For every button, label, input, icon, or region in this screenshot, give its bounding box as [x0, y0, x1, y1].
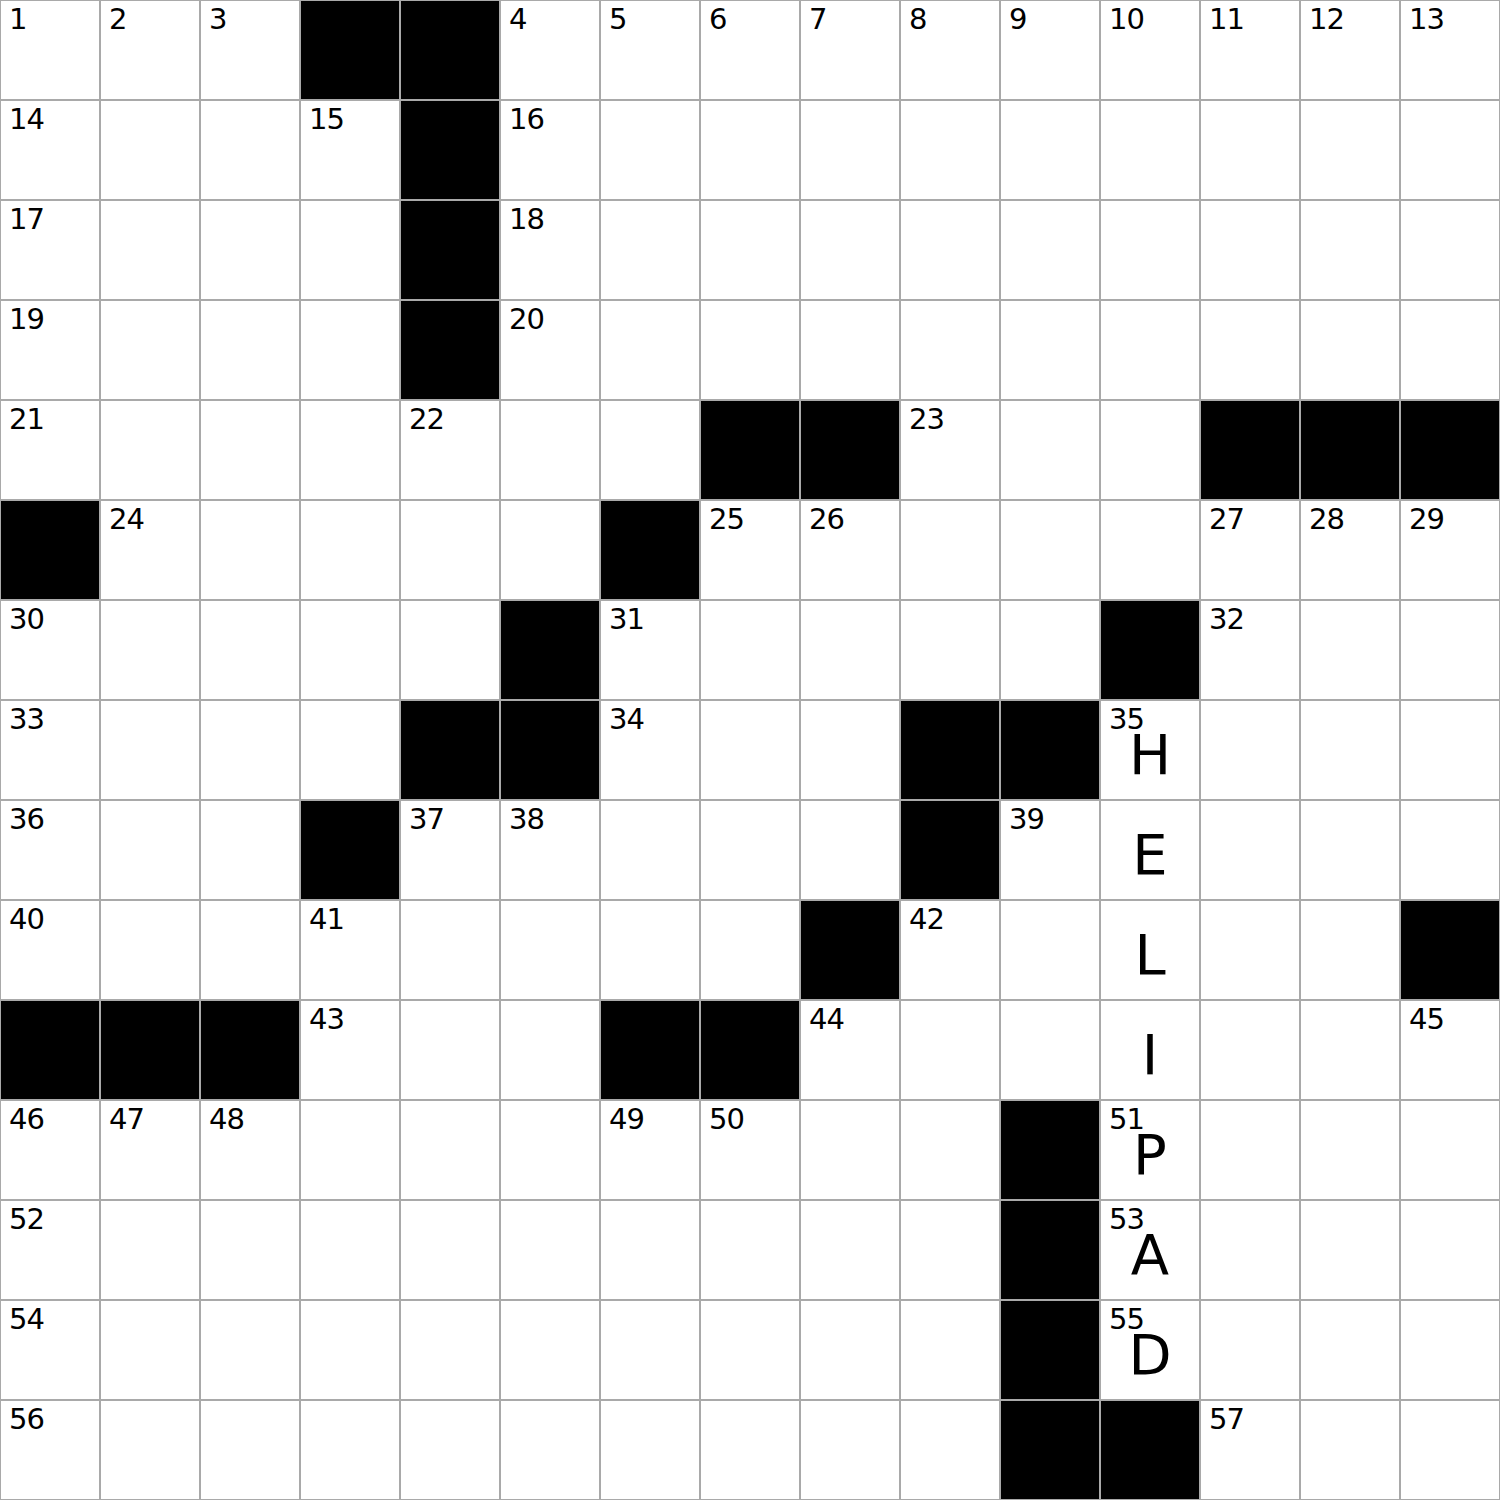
white-cell-r2c2[interactable] [200, 200, 300, 300]
white-cell-r11c2[interactable]: 48 [200, 1100, 300, 1200]
clue-number-30: 30 [9, 605, 44, 634]
filled-letter: D [1101, 1301, 1199, 1399]
white-cell-r11c6[interactable]: 49 [600, 1100, 700, 1200]
clue-number-1: 1 [9, 5, 26, 34]
white-cell-r3c8[interactable] [800, 300, 900, 400]
white-cell-r11c8[interactable] [800, 1100, 900, 1200]
clue-number-41: 41 [309, 905, 344, 934]
white-cell-r5c11[interactable] [1100, 500, 1200, 600]
black-cell-r7c4 [400, 700, 500, 800]
white-cell-r1c9[interactable] [900, 100, 1000, 200]
clue-number-39: 39 [1009, 805, 1044, 834]
white-cell-r13c12[interactable] [1200, 1300, 1300, 1400]
clue-number-2: 2 [109, 5, 126, 34]
white-cell-r10c9[interactable] [900, 1000, 1000, 1100]
white-cell-r5c9[interactable] [900, 500, 1000, 600]
white-cell-r1c2[interactable] [200, 100, 300, 200]
white-cell-r9c12[interactable] [1200, 900, 1300, 1000]
filled-letter: E [1101, 801, 1199, 899]
white-cell-r8c5[interactable]: 38 [500, 800, 600, 900]
black-cell-r5c6 [600, 500, 700, 600]
black-cell-r7c5 [500, 700, 600, 800]
white-cell-r6c4[interactable] [400, 600, 500, 700]
white-cell-r2c6[interactable] [600, 200, 700, 300]
white-cell-r2c7[interactable] [700, 200, 800, 300]
white-cell-r7c6[interactable]: 34 [600, 700, 700, 800]
white-cell-r6c6[interactable]: 31 [600, 600, 700, 700]
clue-number-46: 46 [9, 1105, 44, 1134]
white-cell-r13c3[interactable] [300, 1300, 400, 1400]
clue-number-25: 25 [709, 505, 744, 534]
white-cell-r1c8[interactable] [800, 100, 900, 200]
white-cell-r12c8[interactable] [800, 1200, 900, 1300]
filled-letter: P [1101, 1101, 1199, 1199]
clue-number-57: 57 [1209, 1405, 1244, 1434]
white-cell-r1c0[interactable]: 14 [0, 100, 100, 200]
white-cell-r0c7[interactable]: 6 [700, 0, 800, 100]
white-cell-r4c1[interactable] [100, 400, 200, 500]
black-cell-r13c10 [1000, 1300, 1100, 1400]
clue-number-15: 15 [309, 105, 344, 134]
white-cell-r1c7[interactable] [700, 100, 800, 200]
black-cell-r10c0 [0, 1000, 100, 1100]
white-cell-r3c0[interactable]: 19 [0, 300, 100, 400]
white-cell-r6c13[interactable] [1300, 600, 1400, 700]
clue-number-12: 12 [1309, 5, 1344, 34]
white-cell-r11c9[interactable] [900, 1100, 1000, 1200]
white-cell-r3c6[interactable] [600, 300, 700, 400]
clue-number-20: 20 [509, 305, 544, 334]
black-cell-r4c14 [1400, 400, 1500, 500]
white-cell-r8c12[interactable] [1200, 800, 1300, 900]
black-cell-r2c4 [400, 200, 500, 300]
white-cell-r10c4[interactable] [400, 1000, 500, 1100]
white-cell-r3c11[interactable] [1100, 300, 1200, 400]
white-cell-r7c13[interactable] [1300, 700, 1400, 800]
white-cell-r13c13[interactable] [1300, 1300, 1400, 1400]
white-cell-r1c10[interactable] [1000, 100, 1100, 200]
white-cell-r9c1[interactable] [100, 900, 200, 1000]
white-cell-r0c11[interactable]: 10 [1100, 0, 1200, 100]
black-cell-r4c12 [1200, 400, 1300, 500]
white-cell-r3c10[interactable] [1000, 300, 1100, 400]
white-cell-r5c4[interactable] [400, 500, 500, 600]
clue-number-6: 6 [709, 5, 726, 34]
white-cell-r13c7[interactable] [700, 1300, 800, 1400]
black-cell-r9c8 [800, 900, 900, 1000]
clue-number-26: 26 [809, 505, 844, 534]
white-cell-r13c14[interactable] [1400, 1300, 1500, 1400]
white-cell-r5c8[interactable]: 26 [800, 500, 900, 600]
white-cell-r0c10[interactable]: 9 [1000, 0, 1100, 100]
black-cell-r10c7 [700, 1000, 800, 1100]
white-cell-r14c8[interactable] [800, 1400, 900, 1500]
white-cell-r6c2[interactable] [200, 600, 300, 700]
white-cell-r3c2[interactable] [200, 300, 300, 400]
white-cell-r4c9[interactable]: 23 [900, 400, 1000, 500]
white-cell-r0c8[interactable]: 7 [800, 0, 900, 100]
clue-number-54: 54 [9, 1305, 44, 1334]
white-cell-r7c14[interactable] [1400, 700, 1500, 800]
white-cell-r0c14[interactable]: 13 [1400, 0, 1500, 100]
white-cell-r4c5[interactable] [500, 400, 600, 500]
clue-number-31: 31 [609, 605, 644, 634]
white-cell-r8c10[interactable]: 39 [1000, 800, 1100, 900]
white-cell-r3c9[interactable] [900, 300, 1000, 400]
clue-number-5: 5 [609, 5, 626, 34]
clue-number-52: 52 [9, 1205, 44, 1234]
clue-number-27: 27 [1209, 505, 1244, 534]
white-cell-r7c8[interactable] [800, 700, 900, 800]
black-cell-r4c7 [700, 400, 800, 500]
white-cell-r11c5[interactable] [500, 1100, 600, 1200]
white-cell-r2c12[interactable] [1200, 200, 1300, 300]
white-cell-r14c12[interactable]: 57 [1200, 1400, 1300, 1500]
white-cell-r13c11[interactable]: 55D [1100, 1300, 1200, 1400]
clue-number-43: 43 [309, 1005, 344, 1034]
white-cell-r12c4[interactable] [400, 1200, 500, 1300]
white-cell-r4c4[interactable]: 22 [400, 400, 500, 500]
white-cell-r5c14[interactable]: 29 [1400, 500, 1500, 600]
black-cell-r8c3 [300, 800, 400, 900]
black-cell-r4c8 [800, 400, 900, 500]
clue-number-16: 16 [509, 105, 544, 134]
white-cell-r13c9[interactable] [900, 1300, 1000, 1400]
white-cell-r8c13[interactable] [1300, 800, 1400, 900]
clue-number-10: 10 [1109, 5, 1144, 34]
white-cell-r0c9[interactable]: 8 [900, 0, 1000, 100]
white-cell-r8c2[interactable] [200, 800, 300, 900]
white-cell-r3c13[interactable] [1300, 300, 1400, 400]
white-cell-r12c12[interactable] [1200, 1200, 1300, 1300]
white-cell-r6c1[interactable] [100, 600, 200, 700]
white-cell-r6c0[interactable]: 30 [0, 600, 100, 700]
white-cell-r8c7[interactable] [700, 800, 800, 900]
white-cell-r10c13[interactable] [1300, 1000, 1400, 1100]
clue-number-21: 21 [9, 405, 44, 434]
white-cell-r2c10[interactable] [1000, 200, 1100, 300]
white-cell-r2c13[interactable] [1300, 200, 1400, 300]
black-cell-r9c14 [1400, 900, 1500, 1000]
clue-number-13: 13 [1409, 5, 1444, 34]
white-cell-r1c13[interactable] [1300, 100, 1400, 200]
white-cell-r4c11[interactable] [1100, 400, 1200, 500]
black-cell-r11c10 [1000, 1100, 1100, 1200]
clue-number-19: 19 [9, 305, 44, 334]
white-cell-r8c0[interactable]: 36 [0, 800, 100, 900]
white-cell-r8c6[interactable] [600, 800, 700, 900]
white-cell-r13c2[interactable] [200, 1300, 300, 1400]
white-cell-r3c12[interactable] [1200, 300, 1300, 400]
white-cell-r1c14[interactable] [1400, 100, 1500, 200]
white-cell-r5c7[interactable]: 25 [700, 500, 800, 600]
white-cell-r0c5[interactable]: 4 [500, 0, 600, 100]
white-cell-r1c12[interactable] [1200, 100, 1300, 200]
white-cell-r1c1[interactable] [100, 100, 200, 200]
white-cell-r12c1[interactable] [100, 1200, 200, 1300]
white-cell-r5c2[interactable] [200, 500, 300, 600]
white-cell-r5c10[interactable] [1000, 500, 1100, 600]
white-cell-r2c5[interactable]: 18 [500, 200, 600, 300]
white-cell-r5c3[interactable] [300, 500, 400, 600]
white-cell-r7c11[interactable]: 35H [1100, 700, 1200, 800]
white-cell-r3c1[interactable] [100, 300, 200, 400]
black-cell-r14c11 [1100, 1400, 1200, 1500]
white-cell-r2c3[interactable] [300, 200, 400, 300]
white-cell-r13c6[interactable] [600, 1300, 700, 1400]
white-cell-r3c5[interactable]: 20 [500, 300, 600, 400]
clue-number-38: 38 [509, 805, 544, 834]
clue-number-17: 17 [9, 205, 44, 234]
black-cell-r4c13 [1300, 400, 1400, 500]
clue-number-56: 56 [9, 1405, 44, 1434]
clue-number-45: 45 [1409, 1005, 1444, 1034]
white-cell-r10c11[interactable]: I [1100, 1000, 1200, 1100]
clue-number-3: 3 [209, 5, 226, 34]
white-cell-r9c3[interactable]: 41 [300, 900, 400, 1000]
black-cell-r1c4 [400, 100, 500, 200]
white-cell-r11c0[interactable]: 46 [0, 1100, 100, 1200]
black-cell-r10c2 [200, 1000, 300, 1100]
black-cell-r14c10 [1000, 1400, 1100, 1500]
white-cell-r9c9[interactable]: 42 [900, 900, 1000, 1000]
white-cell-r6c12[interactable]: 32 [1200, 600, 1300, 700]
clue-number-47: 47 [109, 1105, 144, 1134]
white-cell-r4c2[interactable] [200, 400, 300, 500]
white-cell-r2c0[interactable]: 17 [0, 200, 100, 300]
white-cell-r13c8[interactable] [800, 1300, 900, 1400]
clue-number-8: 8 [909, 5, 926, 34]
white-cell-r14c13[interactable] [1300, 1400, 1400, 1500]
white-cell-r7c1[interactable] [100, 700, 200, 800]
white-cell-r0c2[interactable]: 3 [200, 0, 300, 100]
filled-letter: L [1101, 901, 1199, 999]
filled-letter: A [1101, 1201, 1199, 1299]
clue-number-32: 32 [1209, 605, 1244, 634]
black-cell-r10c6 [600, 1000, 700, 1100]
white-cell-r3c14[interactable] [1400, 300, 1500, 400]
white-cell-r10c5[interactable] [500, 1000, 600, 1100]
white-cell-r12c0[interactable]: 52 [0, 1200, 100, 1300]
white-cell-r11c4[interactable] [400, 1100, 500, 1200]
white-cell-r5c13[interactable]: 28 [1300, 500, 1400, 600]
black-cell-r8c9 [900, 800, 1000, 900]
white-cell-r3c7[interactable] [700, 300, 800, 400]
clue-number-50: 50 [709, 1105, 744, 1134]
black-cell-r7c9 [900, 700, 1000, 800]
white-cell-r9c0[interactable]: 40 [0, 900, 100, 1000]
clue-number-33: 33 [9, 705, 44, 734]
black-cell-r0c4 [400, 0, 500, 100]
white-cell-r7c2[interactable] [200, 700, 300, 800]
black-cell-r12c10 [1000, 1200, 1100, 1300]
clue-number-7: 7 [809, 5, 826, 34]
white-cell-r12c9[interactable] [900, 1200, 1000, 1300]
white-cell-r6c9[interactable] [900, 600, 1000, 700]
clue-number-4: 4 [509, 5, 526, 34]
white-cell-r9c2[interactable] [200, 900, 300, 1000]
white-cell-r10c12[interactable] [1200, 1000, 1300, 1100]
clue-number-42: 42 [909, 905, 944, 934]
white-cell-r6c14[interactable] [1400, 600, 1500, 700]
white-cell-r11c3[interactable] [300, 1100, 400, 1200]
white-cell-r12c11[interactable]: 53A [1100, 1200, 1200, 1300]
white-cell-r11c1[interactable]: 47 [100, 1100, 200, 1200]
white-cell-r13c4[interactable] [400, 1300, 500, 1400]
clue-number-40: 40 [9, 905, 44, 934]
white-cell-r6c8[interactable] [800, 600, 900, 700]
black-cell-r0c3 [300, 0, 400, 100]
white-cell-r9c11[interactable]: L [1100, 900, 1200, 1000]
white-cell-r0c1[interactable]: 2 [100, 0, 200, 100]
white-cell-r9c4[interactable] [400, 900, 500, 1000]
white-cell-r12c5[interactable] [500, 1200, 600, 1300]
white-cell-r6c7[interactable] [700, 600, 800, 700]
filled-letter: I [1101, 1001, 1199, 1099]
white-cell-r9c6[interactable] [600, 900, 700, 1000]
clue-number-36: 36 [9, 805, 44, 834]
white-cell-r7c7[interactable] [700, 700, 800, 800]
white-cell-r5c1[interactable]: 24 [100, 500, 200, 600]
white-cell-r1c11[interactable] [1100, 100, 1200, 200]
clue-number-49: 49 [609, 1105, 644, 1134]
black-cell-r6c5 [500, 600, 600, 700]
filled-letter: H [1101, 701, 1199, 799]
white-cell-r13c5[interactable] [500, 1300, 600, 1400]
white-cell-r13c0[interactable]: 54 [0, 1300, 100, 1400]
white-cell-r7c12[interactable] [1200, 700, 1300, 800]
crossword-grid: 1234567891011121314151617181920212223242… [0, 0, 1500, 1500]
white-cell-r8c8[interactable] [800, 800, 900, 900]
white-cell-r14c14[interactable] [1400, 1400, 1500, 1500]
white-cell-r6c3[interactable] [300, 600, 400, 700]
white-cell-r1c6[interactable] [600, 100, 700, 200]
white-cell-r12c14[interactable] [1400, 1200, 1500, 1300]
white-cell-r8c11[interactable]: E [1100, 800, 1200, 900]
clue-number-37: 37 [409, 805, 444, 834]
white-cell-r7c3[interactable] [300, 700, 400, 800]
white-cell-r14c5[interactable] [500, 1400, 600, 1500]
white-cell-r11c12[interactable] [1200, 1100, 1300, 1200]
clue-number-9: 9 [1009, 5, 1026, 34]
white-cell-r9c13[interactable] [1300, 900, 1400, 1000]
clue-number-29: 29 [1409, 505, 1444, 534]
white-cell-r2c1[interactable] [100, 200, 200, 300]
white-cell-r11c11[interactable]: 51P [1100, 1100, 1200, 1200]
white-cell-r9c7[interactable] [700, 900, 800, 1000]
white-cell-r14c9[interactable] [900, 1400, 1000, 1500]
white-cell-r8c1[interactable] [100, 800, 200, 900]
white-cell-r14c6[interactable] [600, 1400, 700, 1500]
white-cell-r10c14[interactable]: 45 [1400, 1000, 1500, 1100]
clue-number-22: 22 [409, 405, 444, 434]
white-cell-r14c3[interactable] [300, 1400, 400, 1500]
black-cell-r3c4 [400, 300, 500, 400]
white-cell-r4c3[interactable] [300, 400, 400, 500]
white-cell-r5c12[interactable]: 27 [1200, 500, 1300, 600]
clue-number-34: 34 [609, 705, 644, 734]
clue-number-18: 18 [509, 205, 544, 234]
white-cell-r2c9[interactable] [900, 200, 1000, 300]
white-cell-r1c3[interactable]: 15 [300, 100, 400, 200]
white-cell-r10c3[interactable]: 43 [300, 1000, 400, 1100]
white-cell-r14c7[interactable] [700, 1400, 800, 1500]
white-cell-r11c7[interactable]: 50 [700, 1100, 800, 1200]
white-cell-r12c3[interactable] [300, 1200, 400, 1300]
white-cell-r2c8[interactable] [800, 200, 900, 300]
white-cell-r14c4[interactable] [400, 1400, 500, 1500]
white-cell-r12c13[interactable] [1300, 1200, 1400, 1300]
clue-number-23: 23 [909, 405, 944, 434]
black-cell-r10c1 [100, 1000, 200, 1100]
clue-number-28: 28 [1309, 505, 1344, 534]
white-cell-r13c1[interactable] [100, 1300, 200, 1400]
clue-number-44: 44 [809, 1005, 844, 1034]
white-cell-r10c10[interactable] [1000, 1000, 1100, 1100]
white-cell-r2c11[interactable] [1100, 200, 1200, 300]
white-cell-r7c0[interactable]: 33 [0, 700, 100, 800]
white-cell-r12c2[interactable] [200, 1200, 300, 1300]
white-cell-r6c10[interactable] [1000, 600, 1100, 700]
clue-number-48: 48 [209, 1105, 244, 1134]
white-cell-r2c14[interactable] [1400, 200, 1500, 300]
white-cell-r5c5[interactable] [500, 500, 600, 600]
white-cell-r0c0[interactable]: 1 [0, 0, 100, 100]
white-cell-r0c6[interactable]: 5 [600, 0, 700, 100]
white-cell-r3c3[interactable] [300, 300, 400, 400]
white-cell-r4c10[interactable] [1000, 400, 1100, 500]
white-cell-r11c14[interactable] [1400, 1100, 1500, 1200]
white-cell-r0c12[interactable]: 11 [1200, 0, 1300, 100]
white-cell-r12c7[interactable] [700, 1200, 800, 1300]
white-cell-r1c5[interactable]: 16 [500, 100, 600, 200]
black-cell-r5c0 [0, 500, 100, 600]
black-cell-r7c10 [1000, 700, 1100, 800]
white-cell-r0c13[interactable]: 12 [1300, 0, 1400, 100]
white-cell-r8c4[interactable]: 37 [400, 800, 500, 900]
clue-number-24: 24 [109, 505, 144, 534]
white-cell-r9c5[interactable] [500, 900, 600, 1000]
white-cell-r4c0[interactable]: 21 [0, 400, 100, 500]
clue-number-14: 14 [9, 105, 44, 134]
white-cell-r4c6[interactable] [600, 400, 700, 500]
clue-number-11: 11 [1209, 5, 1244, 34]
white-cell-r9c10[interactable] [1000, 900, 1100, 1000]
white-cell-r14c0[interactable]: 56 [0, 1400, 100, 1500]
white-cell-r14c1[interactable] [100, 1400, 200, 1500]
white-cell-r14c2[interactable] [200, 1400, 300, 1500]
white-cell-r11c13[interactable] [1300, 1100, 1400, 1200]
black-cell-r6c11 [1100, 600, 1200, 700]
white-cell-r12c6[interactable] [600, 1200, 700, 1300]
white-cell-r8c14[interactable] [1400, 800, 1500, 900]
white-cell-r10c8[interactable]: 44 [800, 1000, 900, 1100]
